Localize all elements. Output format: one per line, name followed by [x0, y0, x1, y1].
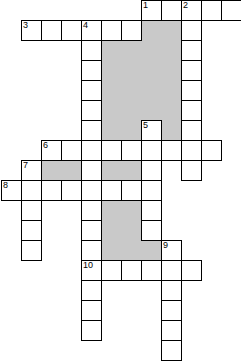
crossword-cell[interactable] [121, 20, 142, 41]
crossword-cell[interactable] [161, 260, 182, 281]
crossword-cell[interactable] [21, 240, 42, 261]
shaded-region [101, 220, 122, 241]
shaded-region [121, 120, 142, 141]
shaded-region [121, 220, 142, 241]
crossword-cell[interactable] [101, 260, 122, 281]
crossword-cell[interactable] [41, 140, 62, 161]
shaded-region [101, 80, 122, 101]
crossword-cell[interactable] [161, 140, 182, 161]
crossword-cell[interactable] [81, 20, 102, 41]
crossword-cell[interactable] [81, 40, 102, 61]
shaded-region [61, 160, 82, 181]
crossword-cell[interactable] [61, 140, 82, 161]
crossword-cell[interactable] [21, 200, 42, 221]
shaded-region [121, 100, 142, 121]
crossword-cell[interactable] [21, 180, 42, 201]
shaded-region [121, 80, 142, 101]
crossword-cell[interactable] [221, 0, 241, 21]
crossword-cell[interactable] [141, 220, 162, 241]
crossword-cell[interactable] [161, 0, 182, 21]
crossword-board: 12345678910 [0, 0, 241, 361]
crossword-cell[interactable] [181, 140, 202, 161]
shaded-region [101, 200, 122, 221]
crossword-cell[interactable] [201, 0, 222, 21]
crossword-cell[interactable] [181, 260, 202, 281]
shaded-region [161, 120, 182, 141]
shaded-region [141, 100, 162, 121]
shaded-region [121, 160, 142, 181]
crossword-cell[interactable] [141, 180, 162, 201]
crossword-cell[interactable] [181, 80, 202, 101]
crossword-cell[interactable] [81, 320, 102, 341]
crossword-cell[interactable] [101, 20, 122, 41]
shaded-region [141, 240, 162, 261]
shaded-region [141, 80, 162, 101]
crossword-cell[interactable] [81, 200, 102, 221]
crossword-cell[interactable] [81, 260, 102, 281]
crossword-cell[interactable] [81, 220, 102, 241]
shaded-region [101, 60, 122, 81]
crossword-cell[interactable] [201, 140, 222, 161]
shaded-region [161, 80, 182, 101]
crossword-cell[interactable] [181, 120, 202, 141]
crossword-cell[interactable] [81, 180, 102, 201]
crossword-cell[interactable] [121, 260, 142, 281]
shaded-region [141, 20, 162, 41]
crossword-cell[interactable] [181, 20, 202, 41]
crossword-cell[interactable] [141, 120, 162, 141]
crossword-cell[interactable] [81, 280, 102, 301]
shaded-region [161, 20, 182, 41]
shaded-region [141, 60, 162, 81]
shaded-region [101, 40, 122, 61]
crossword-cell[interactable] [141, 200, 162, 221]
crossword-cell[interactable] [81, 60, 102, 81]
crossword-cell[interactable] [181, 60, 202, 81]
shaded-region [121, 60, 142, 81]
shaded-region [101, 120, 122, 141]
crossword-cell[interactable] [101, 180, 122, 201]
crossword-cell[interactable] [81, 160, 102, 181]
crossword-cell[interactable] [81, 120, 102, 141]
crossword-cell[interactable] [41, 180, 62, 201]
crossword-cell[interactable] [81, 240, 102, 261]
crossword-cell[interactable] [161, 300, 182, 321]
shaded-region [161, 100, 182, 121]
crossword-cell[interactable] [161, 240, 182, 261]
shaded-region [101, 240, 122, 261]
crossword-cell[interactable] [81, 100, 102, 121]
crossword-cell[interactable] [81, 300, 102, 321]
crossword-cell[interactable] [181, 40, 202, 61]
shaded-region [121, 240, 142, 261]
shaded-region [161, 60, 182, 81]
shaded-region [121, 200, 142, 221]
crossword-cell[interactable] [141, 0, 162, 21]
crossword-cell[interactable] [61, 20, 82, 41]
crossword-cell[interactable] [161, 340, 182, 361]
crossword-cell[interactable] [141, 140, 162, 161]
shaded-region [101, 160, 122, 181]
shaded-region [161, 40, 182, 61]
crossword-cell[interactable] [21, 160, 42, 181]
shaded-region [41, 160, 62, 181]
crossword-cell[interactable] [21, 20, 42, 41]
crossword-cell[interactable] [161, 280, 182, 301]
crossword-cell[interactable] [81, 140, 102, 161]
crossword-cell[interactable] [141, 260, 162, 281]
crossword-cell[interactable] [21, 220, 42, 241]
shaded-region [141, 40, 162, 61]
crossword-cell[interactable] [81, 80, 102, 101]
crossword-cell[interactable] [181, 160, 202, 181]
crossword-cell[interactable] [101, 140, 122, 161]
crossword-cell[interactable] [181, 0, 202, 21]
crossword-cell[interactable] [41, 20, 62, 41]
crossword-cell[interactable] [1, 180, 22, 201]
crossword-cell[interactable] [61, 180, 82, 201]
crossword-cell[interactable] [141, 160, 162, 181]
crossword-cell[interactable] [121, 140, 142, 161]
crossword-cell[interactable] [161, 320, 182, 341]
crossword-cell[interactable] [181, 100, 202, 121]
shaded-region [101, 100, 122, 121]
crossword-cell[interactable] [121, 180, 142, 201]
shaded-region [121, 40, 142, 61]
